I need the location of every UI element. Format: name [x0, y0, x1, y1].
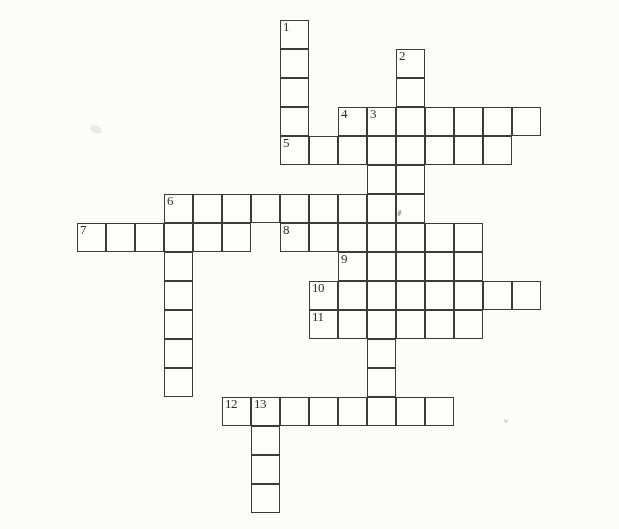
cell-13-9[interactable] — [338, 397, 367, 426]
cell-10-13[interactable] — [454, 310, 483, 339]
crossword-board: 12435678910111213 — [77, 20, 541, 513]
cell-7-3[interactable] — [164, 223, 193, 252]
cell-6-3[interactable]: 6 — [164, 194, 193, 223]
cell-6-7[interactable] — [280, 194, 309, 223]
cell-5-10[interactable] — [367, 165, 396, 194]
cell-13-8[interactable] — [309, 397, 338, 426]
cell-6-9[interactable] — [338, 194, 367, 223]
cell-4-14[interactable] — [483, 136, 512, 165]
clue-number-6: 6 — [167, 194, 173, 208]
cell-8-10[interactable] — [367, 252, 396, 281]
cell-3-13[interactable] — [454, 107, 483, 136]
cell-3-9[interactable]: 4 — [338, 107, 367, 136]
cell-8-3[interactable] — [164, 252, 193, 281]
cell-3-14[interactable] — [483, 107, 512, 136]
clue-number-1: 1 — [283, 20, 289, 34]
scanned-crossword-page: { "game": "crossword", "description": "E… — [0, 0, 619, 529]
cell-1-7[interactable] — [280, 49, 309, 78]
cell-7-4[interactable] — [193, 223, 222, 252]
cell-9-3[interactable] — [164, 281, 193, 310]
cell-7-7[interactable]: 8 — [280, 223, 309, 252]
cell-6-8[interactable] — [309, 194, 338, 223]
cell-15-6[interactable] — [251, 455, 280, 484]
cell-2-11[interactable] — [396, 78, 425, 107]
cell-13-6[interactable]: 13 — [251, 397, 280, 426]
cell-13-7[interactable] — [280, 397, 309, 426]
cell-13-10[interactable] — [367, 397, 396, 426]
cell-2-7[interactable] — [280, 78, 309, 107]
cell-10-12[interactable] — [425, 310, 454, 339]
cell-3-11[interactable] — [396, 107, 425, 136]
cell-12-10[interactable] — [367, 368, 396, 397]
cell-8-12[interactable] — [425, 252, 454, 281]
cell-7-12[interactable] — [425, 223, 454, 252]
cell-6-10[interactable] — [367, 194, 396, 223]
cell-9-14[interactable] — [483, 281, 512, 310]
cell-10-10[interactable] — [367, 310, 396, 339]
cell-9-12[interactable] — [425, 281, 454, 310]
cell-6-11[interactable] — [396, 194, 425, 223]
cell-10-8[interactable]: 11 — [309, 310, 338, 339]
cell-7-11[interactable] — [396, 223, 425, 252]
cell-7-8[interactable] — [309, 223, 338, 252]
cell-7-9[interactable] — [338, 223, 367, 252]
cell-7-0[interactable]: 7 — [77, 223, 106, 252]
cell-9-8[interactable]: 10 — [309, 281, 338, 310]
cell-7-13[interactable] — [454, 223, 483, 252]
cell-4-13[interactable] — [454, 136, 483, 165]
cell-3-10[interactable]: 3 — [367, 107, 396, 136]
cell-4-12[interactable] — [425, 136, 454, 165]
clue-number-9: 9 — [341, 252, 347, 266]
cell-8-11[interactable] — [396, 252, 425, 281]
cell-0-7[interactable]: 1 — [280, 20, 309, 49]
clue-number-3: 3 — [370, 107, 376, 121]
cell-9-10[interactable] — [367, 281, 396, 310]
cell-9-9[interactable] — [338, 281, 367, 310]
cell-7-1[interactable] — [106, 223, 135, 252]
clue-number-5: 5 — [283, 136, 289, 150]
cell-4-11[interactable] — [396, 136, 425, 165]
cell-4-7[interactable]: 5 — [280, 136, 309, 165]
cell-14-6[interactable] — [251, 426, 280, 455]
cell-6-6[interactable] — [251, 194, 280, 223]
cell-10-9[interactable] — [338, 310, 367, 339]
cell-1-11[interactable]: 2 — [396, 49, 425, 78]
cell-10-11[interactable] — [396, 310, 425, 339]
cell-10-3[interactable] — [164, 310, 193, 339]
cell-13-5[interactable]: 12 — [222, 397, 251, 426]
cell-4-9[interactable] — [338, 136, 367, 165]
cell-7-5[interactable] — [222, 223, 251, 252]
cell-12-3[interactable] — [164, 368, 193, 397]
cell-13-12[interactable] — [425, 397, 454, 426]
cell-5-11[interactable] — [396, 165, 425, 194]
clue-number-13: 13 — [254, 397, 266, 411]
clue-number-12: 12 — [225, 397, 237, 411]
clue-number-10: 10 — [312, 281, 324, 295]
cell-4-10[interactable] — [367, 136, 396, 165]
cell-8-9[interactable]: 9 — [338, 252, 367, 281]
clue-number-7: 7 — [80, 223, 86, 237]
cell-7-10[interactable] — [367, 223, 396, 252]
cell-11-3[interactable] — [164, 339, 193, 368]
cell-11-10[interactable] — [367, 339, 396, 368]
cell-9-11[interactable] — [396, 281, 425, 310]
cell-16-6[interactable] — [251, 484, 280, 513]
cell-13-11[interactable] — [396, 397, 425, 426]
clue-number-8: 8 — [283, 223, 289, 237]
clue-number-2: 2 — [399, 49, 405, 63]
cell-8-13[interactable] — [454, 252, 483, 281]
cell-6-4[interactable] — [193, 194, 222, 223]
cell-4-8[interactable] — [309, 136, 338, 165]
cell-7-2[interactable] — [135, 223, 164, 252]
cell-3-15[interactable] — [512, 107, 541, 136]
clue-number-11: 11 — [312, 310, 324, 324]
cell-6-5[interactable] — [222, 194, 251, 223]
cell-9-13[interactable] — [454, 281, 483, 310]
cell-3-12[interactable] — [425, 107, 454, 136]
clue-number-4: 4 — [341, 107, 347, 121]
cell-3-7[interactable] — [280, 107, 309, 136]
cell-9-15[interactable] — [512, 281, 541, 310]
